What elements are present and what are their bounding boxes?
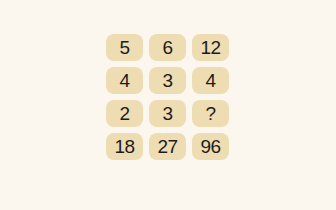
tile-r2c1: 4	[106, 67, 143, 94]
tile-r1c2: 6	[149, 34, 186, 61]
tile-r4c1: 18	[106, 133, 143, 160]
tile-r1c1: 5	[106, 34, 143, 61]
tile-r2c2: 3	[149, 67, 186, 94]
tile-r3c1: 2	[106, 100, 143, 127]
number-puzzle-grid: 5 6 12 4 3 4 2 3 ? 18 27 96	[106, 34, 229, 160]
tile-r1c3: 12	[192, 34, 229, 61]
tile-r2c3: 4	[192, 67, 229, 94]
tile-r3c2: 3	[149, 100, 186, 127]
tile-r4c3: 96	[192, 133, 229, 160]
tile-r3c3-missing-value: ?	[192, 100, 229, 127]
tile-r4c2: 27	[149, 133, 186, 160]
puzzle-background: 5 6 12 4 3 4 2 3 ? 18 27 96	[0, 0, 336, 210]
